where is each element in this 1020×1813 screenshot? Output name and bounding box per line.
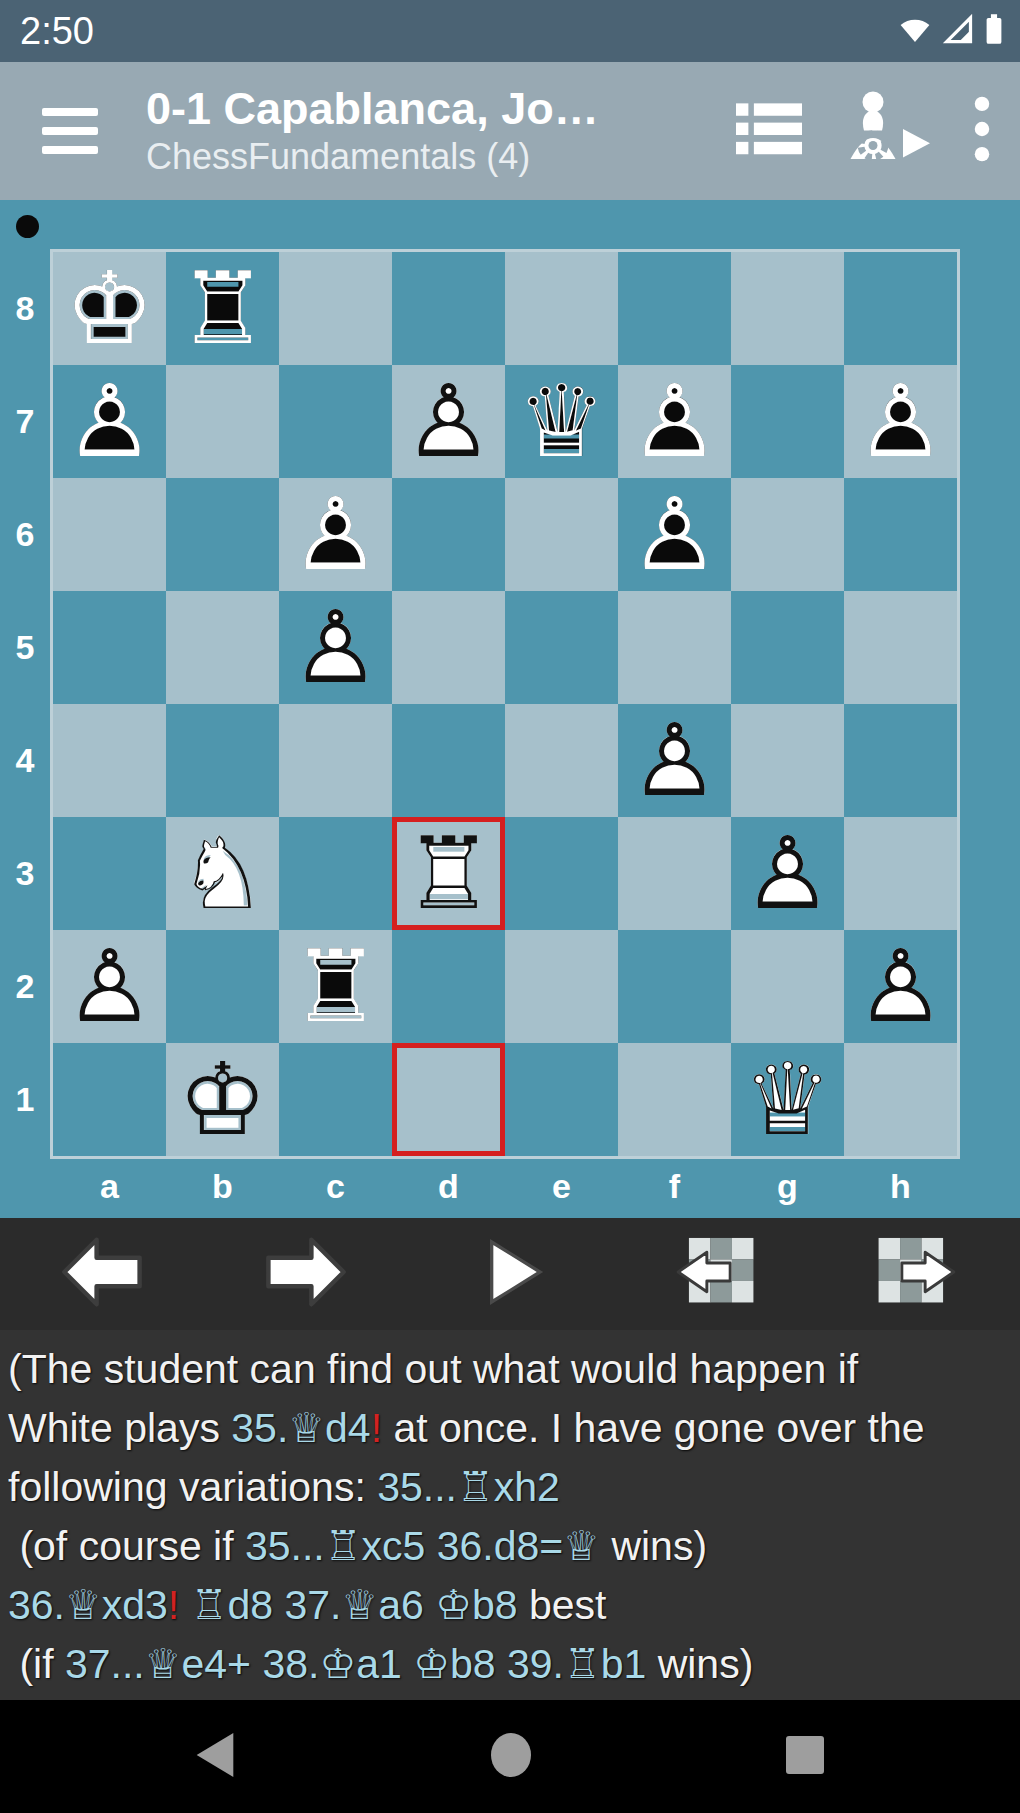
square-f3[interactable]	[618, 817, 731, 930]
black-pawn-piece: ♟	[279, 478, 392, 591]
black-pawn-piece: ♙	[618, 365, 731, 478]
black-king-piece: ♔	[53, 252, 166, 365]
menu-button[interactable]	[42, 108, 98, 154]
square-a3[interactable]	[53, 817, 166, 930]
square-e7[interactable]: ♛♕	[505, 365, 618, 478]
file-label-h: h	[844, 1164, 957, 1208]
annotation-text: (of course if	[8, 1523, 245, 1569]
rank-label-8: 8	[0, 252, 50, 365]
square-a4[interactable]	[53, 704, 166, 817]
square-d4[interactable]	[392, 704, 505, 817]
battery-icon	[984, 13, 1004, 49]
android-nav-bar	[0, 1700, 1020, 1813]
white-pawn-piece: ♙	[618, 704, 731, 817]
white-pawn-piece: ♟	[53, 930, 166, 1043]
square-f6[interactable]: ♟♙	[618, 478, 731, 591]
square-e6[interactable]	[505, 478, 618, 591]
black-rook-piece: ♖	[279, 930, 392, 1043]
square-e4[interactable]	[505, 704, 618, 817]
white-queen-piece: ♕	[731, 1043, 844, 1156]
move-link[interactable]: 37...♕e4+ 38.♔a1 ♔b8 39.♖b1	[65, 1641, 646, 1687]
square-g3[interactable]: ♟♙	[731, 817, 844, 930]
annotation-text	[179, 1582, 190, 1628]
annotation-text: at once. I have gone over the	[382, 1405, 925, 1451]
square-h6[interactable]	[844, 478, 957, 591]
square-a2[interactable]: ♟♙	[53, 930, 166, 1043]
square-g5[interactable]	[731, 591, 844, 704]
white-rook-piece: ♖	[392, 817, 505, 930]
android-recents-button[interactable]	[780, 1700, 830, 1813]
square-d2[interactable]	[392, 930, 505, 1043]
move-link[interactable]: 36.♕xd3	[8, 1582, 168, 1628]
square-f8[interactable]	[618, 252, 731, 365]
square-h5[interactable]	[844, 591, 957, 704]
rank-label-3: 3	[0, 817, 50, 930]
autoplay-button[interactable]	[420, 1224, 600, 1324]
black-king-piece: ♚	[53, 252, 166, 365]
square-g6[interactable]	[731, 478, 844, 591]
rank-label-2: 2	[0, 930, 50, 1043]
black-pawn-piece: ♙	[844, 365, 957, 478]
black-rook-piece: ♖	[166, 252, 279, 365]
square-c4[interactable]	[279, 704, 392, 817]
white-queen-piece: ♛	[731, 1043, 844, 1156]
annotation-text: following variations:	[8, 1464, 377, 1510]
square-g1[interactable]: ♛♕	[731, 1043, 844, 1156]
arrow-left-icon	[56, 1229, 148, 1319]
move-link[interactable]: 35...♖xh2	[377, 1464, 560, 1510]
white-rook-piece: ♜	[392, 817, 505, 930]
game-list-button[interactable]	[736, 102, 802, 161]
square-b3[interactable]: ♞♘	[166, 817, 279, 930]
black-pawn-piece: ♟	[618, 365, 731, 478]
square-c6[interactable]: ♟♙	[279, 478, 392, 591]
square-h1[interactable]	[844, 1043, 957, 1156]
square-c3[interactable]	[279, 817, 392, 930]
overflow-menu-button[interactable]	[974, 96, 990, 166]
square-c5[interactable]: ♟♙	[279, 591, 392, 704]
white-knight-piece: ♞	[166, 817, 279, 930]
black-queen-piece: ♕	[505, 365, 618, 478]
status-icons	[898, 13, 1004, 49]
black-pawn-piece: ♟	[53, 365, 166, 478]
square-h8[interactable]	[844, 252, 957, 365]
back-triangle-icon	[196, 1733, 234, 1781]
annotation-text: best	[518, 1582, 607, 1628]
cell-signal-icon	[942, 14, 974, 48]
square-g7[interactable]	[731, 365, 844, 478]
nag-annotation: !	[371, 1405, 382, 1451]
file-label-a: a	[53, 1164, 166, 1208]
annotation-line-5: 36.♕xd3! ♖d8 37.♕a6 ♔b8 best	[8, 1576, 1012, 1635]
black-pawn-piece: ♙	[618, 478, 731, 591]
black-queen-piece: ♛	[505, 365, 618, 478]
square-g8[interactable]	[731, 252, 844, 365]
white-pawn-piece: ♙	[53, 930, 166, 1043]
clock: 2:50	[20, 10, 94, 53]
square-b4[interactable]	[166, 704, 279, 817]
engine-analysis-button[interactable]	[840, 90, 936, 172]
white-king-piece: ♚	[166, 1043, 279, 1156]
home-circle-icon	[490, 1732, 532, 1782]
square-h2[interactable]: ♟♙	[844, 930, 957, 1043]
square-d3[interactable]: ♜♖	[392, 817, 505, 930]
square-e5[interactable]	[505, 591, 618, 704]
rank-label-1: 1	[0, 1043, 50, 1156]
square-a5[interactable]	[53, 591, 166, 704]
page-subtitle: ChessFundamentals (4)	[146, 135, 736, 179]
file-label-d: d	[392, 1164, 505, 1208]
black-pawn-piece: ♟	[618, 478, 731, 591]
file-labels: abcdefgh	[53, 1164, 957, 1208]
annotation-line-6: (if 37...♕e4+ 38.♔a1 ♔b8 39.♖b1 wins)	[8, 1635, 1012, 1694]
android-back-button[interactable]	[190, 1700, 240, 1813]
white-king-piece: ♔	[166, 1043, 279, 1156]
square-f4[interactable]: ♟♙	[618, 704, 731, 817]
board-arrow-right-icon	[873, 1229, 963, 1319]
previous-game-button[interactable]	[624, 1224, 804, 1324]
annotation-text: wins)	[646, 1641, 753, 1687]
square-c1[interactable]	[279, 1043, 392, 1156]
rank-labels: 87654321	[0, 252, 50, 1156]
white-pawn-piece: ♙	[279, 591, 392, 704]
square-b6[interactable]	[166, 478, 279, 591]
move-link[interactable]: ♖d8 37.♕a6 ♔b8	[191, 1582, 518, 1628]
nag-annotation: !	[168, 1582, 179, 1628]
move-controls-bar	[0, 1218, 1020, 1330]
next-game-button[interactable]	[828, 1224, 1008, 1324]
square-e3[interactable]	[505, 817, 618, 930]
black-rook-piece: ♜	[166, 252, 279, 365]
overflow-menu-icon	[974, 96, 990, 166]
square-f1[interactable]	[618, 1043, 731, 1156]
square-f7[interactable]: ♟♙	[618, 365, 731, 478]
app-bar: 0-1 Capablanca, Jo… ChessFundamentals (4…	[0, 62, 1020, 200]
title-block: 0-1 Capablanca, Jo… ChessFundamentals (4…	[146, 83, 736, 179]
white-pawn-piece: ♟	[731, 817, 844, 930]
file-label-b: b	[166, 1164, 279, 1208]
square-e8[interactable]	[505, 252, 618, 365]
square-f2[interactable]	[618, 930, 731, 1043]
square-d6[interactable]	[392, 478, 505, 591]
file-label-c: c	[279, 1164, 392, 1208]
square-b8[interactable]: ♜♖	[166, 252, 279, 365]
chess-board[interactable]: ♚♔♜♖♟♙♟♙♛♕♟♙♟♙♟♙♟♙♟♙♟♙♞♘♜♖♟♙♟♙♜♖♟♙♚♔♛♕	[50, 249, 960, 1159]
white-pawn-piece: ♙	[731, 817, 844, 930]
side-to-move-indicator	[16, 215, 39, 238]
white-pawn-piece: ♟	[279, 591, 392, 704]
square-b1[interactable]: ♚♔	[166, 1043, 279, 1156]
annotation-line-2: White plays 35.♕d4! at once. I have gone…	[8, 1399, 1012, 1458]
white-pawn-piece: ♟	[392, 365, 505, 478]
square-a6[interactable]	[53, 478, 166, 591]
rank-label-4: 4	[0, 704, 50, 817]
white-pawn-piece: ♙	[392, 365, 505, 478]
next-move-button[interactable]	[216, 1224, 396, 1324]
black-rook-piece: ♜	[279, 930, 392, 1043]
previous-move-button[interactable]	[12, 1224, 192, 1324]
square-d1[interactable]	[392, 1043, 505, 1156]
arrow-right-icon	[260, 1229, 352, 1319]
square-f5[interactable]	[618, 591, 731, 704]
file-label-e: e	[505, 1164, 618, 1208]
annotation-line-4: (of course if 35...♖xc5 36.d8=♕ wins)	[8, 1517, 1012, 1576]
white-knight-piece: ♘	[166, 817, 279, 930]
annotation-line-1: (The student can find out what would hap…	[8, 1340, 1012, 1399]
square-c2[interactable]: ♜♖	[279, 930, 392, 1043]
page-title: 0-1 Capablanca, Jo…	[146, 83, 736, 135]
black-pawn-piece: ♙	[53, 365, 166, 478]
black-pawn-piece: ♙	[279, 478, 392, 591]
square-e2[interactable]	[505, 930, 618, 1043]
annotation-text: White plays	[8, 1405, 231, 1451]
square-d8[interactable]	[392, 252, 505, 365]
wifi-icon	[898, 14, 932, 48]
android-home-button[interactable]	[486, 1700, 536, 1813]
square-d5[interactable]	[392, 591, 505, 704]
file-label-g: g	[731, 1164, 844, 1208]
file-label-f: f	[618, 1164, 731, 1208]
engine-analysis-icon	[840, 90, 936, 172]
square-c8[interactable]	[279, 252, 392, 365]
rank-label-5: 5	[0, 591, 50, 704]
annotation-text: wins)	[600, 1523, 707, 1569]
square-b2[interactable]	[166, 930, 279, 1043]
square-b5[interactable]	[166, 591, 279, 704]
white-pawn-piece: ♟	[618, 704, 731, 817]
square-a1[interactable]	[53, 1043, 166, 1156]
game-list-icon	[736, 102, 802, 161]
square-g2[interactable]	[731, 930, 844, 1043]
square-d7[interactable]: ♟♙	[392, 365, 505, 478]
play-icon	[470, 1232, 550, 1316]
square-h3[interactable]	[844, 817, 957, 930]
square-e1[interactable]	[505, 1043, 618, 1156]
status-bar: 2:50	[0, 0, 1020, 62]
square-g4[interactable]	[731, 704, 844, 817]
recents-square-icon	[785, 1735, 825, 1779]
white-pawn-piece: ♙	[844, 930, 957, 1043]
annotation-text: (if	[8, 1641, 65, 1687]
black-pawn-piece: ♟	[844, 365, 957, 478]
move-link[interactable]: 35.♕d4	[231, 1405, 370, 1451]
move-link[interactable]: 35...♖xc5 36.d8=♕	[245, 1523, 600, 1569]
square-c7[interactable]	[279, 365, 392, 478]
square-h7[interactable]: ♟♙	[844, 365, 957, 478]
square-b7[interactable]	[166, 365, 279, 478]
rank-label-6: 6	[0, 478, 50, 591]
square-h4[interactable]	[844, 704, 957, 817]
square-a7[interactable]: ♟♙	[53, 365, 166, 478]
board-arrow-left-icon	[669, 1229, 759, 1319]
rank-label-7: 7	[0, 365, 50, 478]
square-a8[interactable]: ♚♔	[53, 252, 166, 365]
annotation-text: (The student can find out what would hap…	[8, 1346, 858, 1392]
screen: 2:50 0-1 Capablanca, Jo… Ch	[0, 0, 1020, 1813]
annotation-panel[interactable]: (The student can find out what would hap…	[0, 1330, 1020, 1700]
annotation-line-3: following variations: 35...♖xh2	[8, 1458, 1012, 1517]
white-pawn-piece: ♟	[844, 930, 957, 1043]
